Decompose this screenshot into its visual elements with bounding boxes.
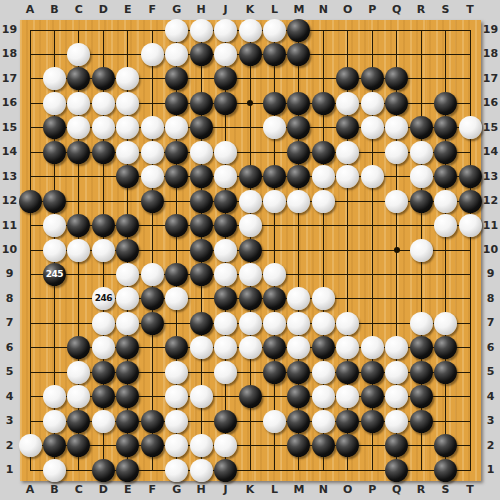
row-label-left: 7 [1, 316, 18, 330]
stone-black [336, 410, 359, 433]
stone-black [239, 385, 262, 408]
stone-white [214, 361, 237, 384]
stone-white [312, 165, 335, 188]
stone-white [92, 336, 115, 359]
row-label-left: 18 [1, 47, 18, 61]
stone-black [165, 141, 188, 164]
stone-white [165, 410, 188, 433]
stone-black [361, 385, 384, 408]
stone-white [67, 361, 90, 384]
stone-white [92, 239, 115, 262]
stone-black [263, 92, 286, 115]
stone-black [336, 361, 359, 384]
stone-white [92, 410, 115, 433]
stone-white [214, 19, 237, 42]
row-label-right: 3 [482, 414, 499, 428]
row-label-left: 14 [1, 145, 18, 159]
stone-white [165, 459, 188, 482]
stone-white [239, 214, 262, 237]
column-label-bottom: Q [389, 483, 405, 497]
column-label-top: K [242, 3, 258, 17]
column-label-top: R [413, 3, 429, 17]
stone-white [434, 312, 457, 335]
stone-white [361, 336, 384, 359]
stone-black [190, 190, 213, 213]
row-label-right: 2 [482, 439, 499, 453]
stone-black [214, 214, 237, 237]
row-label-right: 13 [482, 170, 499, 184]
column-label-top: C [71, 3, 87, 17]
stone-white [190, 336, 213, 359]
column-label-bottom: T [462, 483, 478, 497]
column-label-bottom: A [22, 483, 38, 497]
column-label-bottom: N [315, 483, 331, 497]
stone-black [190, 43, 213, 66]
row-label-left: 11 [1, 219, 18, 233]
stone-black [239, 239, 262, 262]
stone-white [214, 141, 237, 164]
column-label-bottom: B [46, 483, 62, 497]
row-label-left: 13 [1, 170, 18, 184]
stone-white [312, 361, 335, 384]
stone-black [141, 190, 164, 213]
column-label-bottom: O [340, 483, 356, 497]
stone-white [287, 190, 310, 213]
stone-white [239, 190, 262, 213]
column-label-bottom: C [71, 483, 87, 497]
stone-white [263, 410, 286, 433]
row-label-left: 17 [1, 72, 18, 86]
row-label-right: 12 [482, 194, 499, 208]
column-label-top: F [144, 3, 160, 17]
stone-black [190, 165, 213, 188]
stone-black [434, 361, 457, 384]
stone-white [116, 141, 139, 164]
stone-black [67, 410, 90, 433]
stone-black [361, 67, 384, 90]
row-label-right: 18 [482, 47, 499, 61]
stone-black [410, 336, 433, 359]
column-label-top: Q [389, 3, 405, 17]
column-label-top: J [218, 3, 234, 17]
column-label-bottom: H [193, 483, 209, 497]
row-label-left: 6 [1, 341, 18, 355]
row-label-left: 2 [1, 439, 18, 453]
stone-white [263, 312, 286, 335]
stone-white [141, 165, 164, 188]
column-label-top: E [120, 3, 136, 17]
stone-white [92, 92, 115, 115]
stone-black [434, 92, 457, 115]
stone-white [263, 19, 286, 42]
stone-white [214, 312, 237, 335]
row-label-right: 15 [482, 121, 499, 135]
stone-white [239, 336, 262, 359]
row-label-right: 5 [482, 365, 499, 379]
stone-black [434, 141, 457, 164]
stone-white [214, 43, 237, 66]
row-label-right: 11 [482, 219, 499, 233]
stone-white [19, 434, 42, 457]
stone-white [459, 214, 482, 237]
stone-black [263, 43, 286, 66]
stone-black [92, 141, 115, 164]
row-label-left: 8 [1, 292, 18, 306]
stone-black [361, 410, 384, 433]
stone-black [385, 92, 408, 115]
stone-black [312, 141, 335, 164]
stone-white [434, 214, 457, 237]
stone-white [43, 92, 66, 115]
stone-white [410, 165, 433, 188]
stone-white [190, 459, 213, 482]
stone-white [43, 214, 66, 237]
stone-black [239, 287, 262, 310]
stone-white [43, 459, 66, 482]
stone-black [165, 92, 188, 115]
stone-black [410, 410, 433, 433]
stone-black [312, 434, 335, 457]
stone-white [239, 263, 262, 286]
stone-white [43, 410, 66, 433]
row-label-right: 16 [482, 96, 499, 110]
stone-white [141, 116, 164, 139]
stone-white [434, 190, 457, 213]
column-label-bottom: K [242, 483, 258, 497]
stone-black [287, 410, 310, 433]
column-label-bottom: E [120, 483, 136, 497]
stone-white [165, 361, 188, 384]
column-label-top: T [462, 3, 478, 17]
stone-black [312, 336, 335, 359]
stone-black [459, 165, 482, 188]
stone-white [92, 116, 115, 139]
row-label-right: 1 [482, 463, 499, 477]
stone-white [214, 434, 237, 457]
stone-black [239, 43, 262, 66]
stone-black [214, 92, 237, 115]
row-label-right: 8 [482, 292, 499, 306]
stone-black [190, 116, 213, 139]
stone-white [410, 312, 433, 335]
stone-black [190, 214, 213, 237]
stone-black [141, 287, 164, 310]
column-label-bottom: D [95, 483, 111, 497]
stone-black [116, 239, 139, 262]
stone-black [92, 459, 115, 482]
stone-black [165, 263, 188, 286]
stone-black [116, 361, 139, 384]
column-label-top: A [22, 3, 38, 17]
stone-white [190, 19, 213, 42]
move-number-label: 245 [46, 270, 63, 279]
stone-black [385, 459, 408, 482]
go-board-screenshot: AA1919BB1818CC1717DD1616EE1515FF1414GG13… [0, 0, 500, 500]
column-label-bottom: R [413, 483, 429, 497]
column-label-top: D [95, 3, 111, 17]
stone-black [92, 214, 115, 237]
column-label-top: H [193, 3, 209, 17]
stone-white [43, 239, 66, 262]
stone-white [165, 19, 188, 42]
stone-white [214, 263, 237, 286]
stone-white [92, 312, 115, 335]
row-label-right: 14 [482, 145, 499, 159]
row-label-right: 17 [482, 72, 499, 86]
stone-white [410, 239, 433, 262]
row-label-right: 7 [482, 316, 499, 330]
stone-black [239, 165, 262, 188]
row-label-left: 16 [1, 96, 18, 110]
column-label-top: G [169, 3, 185, 17]
stone-white [385, 361, 408, 384]
stone-white [459, 116, 482, 139]
row-label-left: 5 [1, 365, 18, 379]
stone-white [239, 312, 262, 335]
grid-line-vertical [470, 30, 471, 471]
stone-black [434, 459, 457, 482]
stone-white [361, 165, 384, 188]
stone-white [116, 312, 139, 335]
stone-black [263, 165, 286, 188]
stone-white [361, 116, 384, 139]
stone-black [214, 459, 237, 482]
stone-black [92, 361, 115, 384]
stone-white [312, 312, 335, 335]
column-label-top: S [438, 3, 454, 17]
stone-black [214, 410, 237, 433]
stone-black [141, 434, 164, 457]
stone-black [287, 19, 310, 42]
stone-black [92, 385, 115, 408]
stone-black [287, 141, 310, 164]
stone-black [312, 92, 335, 115]
stone-white [312, 410, 335, 433]
column-label-top: L [266, 3, 282, 17]
stone-black [287, 361, 310, 384]
stone-black [190, 239, 213, 262]
row-label-right: 6 [482, 341, 499, 355]
row-label-left: 1 [1, 463, 18, 477]
column-label-top: N [315, 3, 331, 17]
stone-white [385, 141, 408, 164]
stone-black [67, 141, 90, 164]
stone-white [312, 385, 335, 408]
stone-black [214, 190, 237, 213]
stone-black [410, 385, 433, 408]
stone-white [263, 263, 286, 286]
stone-white [165, 43, 188, 66]
row-label-left: 4 [1, 390, 18, 404]
move-number-label: 246 [95, 294, 112, 303]
stone-white [141, 141, 164, 164]
stone-black [410, 361, 433, 384]
stone-white [410, 141, 433, 164]
stone-white [141, 43, 164, 66]
row-label-left: 3 [1, 414, 18, 428]
stone-white [312, 190, 335, 213]
stone-black [43, 434, 66, 457]
stone-black [19, 190, 42, 213]
column-label-bottom: L [266, 483, 282, 497]
stone-white [190, 385, 213, 408]
stone-white [141, 263, 164, 286]
stone-black [141, 410, 164, 433]
stone-black [459, 190, 482, 213]
row-label-left: 9 [1, 267, 18, 281]
row-label-right: 10 [482, 243, 499, 257]
row-label-left: 12 [1, 194, 18, 208]
stone-white [214, 239, 237, 262]
stone-black [361, 361, 384, 384]
column-label-bottom: S [438, 483, 454, 497]
column-label-bottom: P [364, 483, 380, 497]
column-label-bottom: M [291, 483, 307, 497]
row-label-right: 4 [482, 390, 499, 404]
stone-white [116, 92, 139, 115]
stone-white [263, 190, 286, 213]
stone-black [190, 92, 213, 115]
row-label-left: 19 [1, 23, 18, 37]
stone-black [434, 434, 457, 457]
stone-black [410, 116, 433, 139]
stone-black: 245 [43, 263, 66, 286]
stone-black [410, 190, 433, 213]
stone-black [116, 459, 139, 482]
row-label-left: 10 [1, 243, 18, 257]
stone-black [141, 312, 164, 335]
stone-white [190, 141, 213, 164]
stone-black [190, 263, 213, 286]
column-label-top: B [46, 3, 62, 17]
row-label-left: 15 [1, 121, 18, 135]
stone-white [361, 92, 384, 115]
stone-black [43, 141, 66, 164]
stone-black [43, 190, 66, 213]
column-label-top: P [364, 3, 380, 17]
stone-white [190, 434, 213, 457]
stone-white [239, 19, 262, 42]
stone-white [336, 312, 359, 335]
row-label-right: 19 [482, 23, 499, 37]
stone-white [385, 190, 408, 213]
stone-white [336, 92, 359, 115]
stone-black [116, 410, 139, 433]
column-label-top: O [340, 3, 356, 17]
stone-white [385, 410, 408, 433]
stone-white [43, 385, 66, 408]
stone-white [67, 239, 90, 262]
stone-white [336, 141, 359, 164]
row-label-right: 9 [482, 267, 499, 281]
stone-black [263, 361, 286, 384]
stone-black [190, 312, 213, 335]
column-label-bottom: J [218, 483, 234, 497]
column-label-bottom: G [169, 483, 185, 497]
column-label-bottom: F [144, 483, 160, 497]
star-point [394, 247, 400, 253]
column-label-top: M [291, 3, 307, 17]
